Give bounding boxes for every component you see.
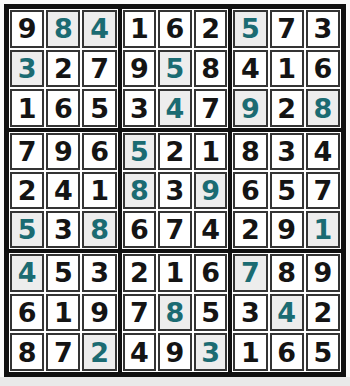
cell-r1c2-given[interactable]: 8 [46,10,80,48]
cell-r9c3-given[interactable]: 2 [82,333,116,371]
cell-r1c8[interactable]: 7 [270,10,304,48]
cell-r6c6[interactable]: 4 [194,211,228,248]
box-2-1: 796241538 [9,130,120,251]
cell-r8c4[interactable]: 7 [123,294,157,332]
cell-r4c6[interactable]: 1 [194,133,228,170]
cell-r8c8-given[interactable]: 4 [270,294,304,332]
box-1-3: 573416928 [230,9,341,130]
cell-r7c9[interactable]: 9 [306,254,340,292]
cell-r5c9[interactable]: 7 [306,172,340,209]
cell-r8c3[interactable]: 9 [82,294,116,332]
cell-r5c8[interactable]: 5 [270,172,304,209]
cell-r5c5[interactable]: 3 [158,172,192,209]
cell-r7c7-given[interactable]: 7 [233,254,267,292]
cell-r6c9-given[interactable]: 1 [306,211,340,248]
cell-r2c6[interactable]: 8 [194,50,228,88]
cell-r1c4[interactable]: 1 [123,10,157,48]
cell-r8c9[interactable]: 2 [306,294,340,332]
cell-r2c2[interactable]: 2 [46,50,80,88]
box-2-2: 521839674 [120,130,231,251]
cell-r9c4[interactable]: 4 [123,333,157,371]
cell-r9c6-given[interactable]: 3 [194,333,228,371]
cell-r2c8[interactable]: 1 [270,50,304,88]
cell-r5c6-given[interactable]: 9 [194,172,228,209]
cell-r3c8[interactable]: 2 [270,89,304,127]
cell-r2c7[interactable]: 4 [233,50,267,88]
cell-r2c4[interactable]: 9 [123,50,157,88]
cell-r4c5[interactable]: 2 [158,133,192,170]
cell-r5c7[interactable]: 6 [233,172,267,209]
cell-r1c1[interactable]: 9 [10,10,44,48]
cell-r5c2[interactable]: 4 [46,172,80,209]
cell-r1c5[interactable]: 6 [158,10,192,48]
cell-r8c7[interactable]: 3 [233,294,267,332]
cell-r5c3[interactable]: 1 [82,172,116,209]
sudoku-board: 9843271651629583475734169287962415385218… [4,4,346,377]
cell-r2c3[interactable]: 7 [82,50,116,88]
cell-r4c1[interactable]: 7 [10,133,44,170]
cell-r8c2[interactable]: 1 [46,294,80,332]
box-1-2: 162958347 [120,9,231,130]
cell-r4c9[interactable]: 4 [306,133,340,170]
cell-r2c5-given[interactable]: 5 [158,50,192,88]
cell-r3c2[interactable]: 6 [46,89,80,127]
page-background: 9843271651629583475734169287962415385218… [0,0,350,377]
cell-r7c4[interactable]: 2 [123,254,157,292]
cell-r6c8[interactable]: 9 [270,211,304,248]
cell-r5c1[interactable]: 2 [10,172,44,209]
cell-r9c8[interactable]: 6 [270,333,304,371]
cell-r8c5-given[interactable]: 8 [158,294,192,332]
cell-r6c1-given[interactable]: 5 [10,211,44,248]
cell-r7c1-given[interactable]: 4 [10,254,44,292]
cell-r7c2[interactable]: 5 [46,254,80,292]
cell-r3c4[interactable]: 3 [123,89,157,127]
cell-r9c9[interactable]: 5 [306,333,340,371]
cell-r2c1-given[interactable]: 3 [10,50,44,88]
cell-r3c3[interactable]: 5 [82,89,116,127]
cell-r8c6[interactable]: 5 [194,294,228,332]
cell-r6c3-given[interactable]: 8 [82,211,116,248]
cell-r4c4-given[interactable]: 5 [123,133,157,170]
box-2-3: 834657291 [230,130,341,251]
cell-r4c2[interactable]: 9 [46,133,80,170]
cell-r9c5[interactable]: 9 [158,333,192,371]
cell-r6c7[interactable]: 2 [233,211,267,248]
cell-r6c5[interactable]: 7 [158,211,192,248]
cell-r7c8[interactable]: 8 [270,254,304,292]
cell-r6c2[interactable]: 3 [46,211,80,248]
cell-r7c5[interactable]: 1 [158,254,192,292]
box-1-1: 984327165 [9,9,120,130]
box-3-2: 216785493 [120,251,231,372]
cell-r3c7-given[interactable]: 9 [233,89,267,127]
cell-r9c7[interactable]: 1 [233,333,267,371]
cell-r7c3[interactable]: 3 [82,254,116,292]
cell-r6c4[interactable]: 6 [123,211,157,248]
cell-r1c7-given[interactable]: 5 [233,10,267,48]
cell-r1c3-given[interactable]: 4 [82,10,116,48]
cell-r1c6[interactable]: 2 [194,10,228,48]
cell-r5c4-given[interactable]: 8 [123,172,157,209]
box-3-1: 453619872 [9,251,120,372]
cell-r4c8[interactable]: 3 [270,133,304,170]
cell-r8c1[interactable]: 6 [10,294,44,332]
cell-r1c9[interactable]: 3 [306,10,340,48]
cell-r3c6[interactable]: 7 [194,89,228,127]
box-3-3: 789342165 [230,251,341,372]
cell-r3c9-given[interactable]: 8 [306,89,340,127]
cell-r3c1[interactable]: 1 [10,89,44,127]
cell-r4c7[interactable]: 8 [233,133,267,170]
cell-r4c3[interactable]: 6 [82,133,116,170]
cell-r7c6[interactable]: 6 [194,254,228,292]
cell-r3c5-given[interactable]: 4 [158,89,192,127]
cell-r9c1[interactable]: 8 [10,333,44,371]
cell-r2c9[interactable]: 6 [306,50,340,88]
cell-r9c2[interactable]: 7 [46,333,80,371]
